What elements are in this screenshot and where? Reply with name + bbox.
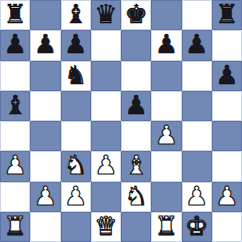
square-f7[interactable]: ♟ xyxy=(151,30,181,60)
square-h6[interactable]: ♟ xyxy=(212,61,242,91)
square-h5[interactable] xyxy=(212,91,242,121)
piece-black-pawn: ♟ xyxy=(155,30,178,59)
piece-black-pawn: ♟ xyxy=(215,61,238,90)
square-e7[interactable] xyxy=(121,30,151,60)
square-d4[interactable] xyxy=(91,121,121,151)
piece-white-knight: ♞ xyxy=(64,151,87,180)
piece-white-pawn: ♟ xyxy=(3,151,26,180)
square-b3[interactable] xyxy=(30,151,60,181)
square-f6[interactable] xyxy=(151,61,181,91)
piece-white-rook: ♜ xyxy=(3,212,26,241)
chess-board: ♜♝♛♚♜♟♟♟♟♟♞♟♝♟♟♟♞♟♝♟♟♞♟♟♜♛♜♚ xyxy=(0,0,242,242)
square-a2[interactable] xyxy=(0,182,30,212)
piece-white-queen: ♛ xyxy=(94,212,117,241)
square-a3[interactable]: ♟ xyxy=(0,151,30,181)
square-h2[interactable]: ♟ xyxy=(212,182,242,212)
square-a7[interactable]: ♟ xyxy=(0,30,30,60)
square-c4[interactable] xyxy=(61,121,91,151)
square-c1[interactable] xyxy=(61,212,91,242)
square-h3[interactable] xyxy=(212,151,242,181)
piece-black-bishop: ♝ xyxy=(3,91,26,120)
piece-white-pawn: ♟ xyxy=(215,182,238,211)
square-d6[interactable] xyxy=(91,61,121,91)
square-h8[interactable]: ♜ xyxy=(212,0,242,30)
square-c5[interactable] xyxy=(61,91,91,121)
square-d3[interactable]: ♟ xyxy=(91,151,121,181)
square-g3[interactable] xyxy=(182,151,212,181)
square-a1[interactable]: ♜ xyxy=(0,212,30,242)
square-g2[interactable]: ♟ xyxy=(182,182,212,212)
square-d8[interactable]: ♛ xyxy=(91,0,121,30)
square-a6[interactable] xyxy=(0,61,30,91)
square-b2[interactable]: ♟ xyxy=(30,182,60,212)
square-b4[interactable] xyxy=(30,121,60,151)
square-e8[interactable]: ♚ xyxy=(121,0,151,30)
square-e2[interactable]: ♞ xyxy=(121,182,151,212)
square-b8[interactable] xyxy=(30,0,60,30)
piece-white-pawn: ♟ xyxy=(64,182,87,211)
square-a8[interactable]: ♜ xyxy=(0,0,30,30)
square-g7[interactable]: ♟ xyxy=(182,30,212,60)
square-h1[interactable] xyxy=(212,212,242,242)
square-f2[interactable] xyxy=(151,182,181,212)
square-h4[interactable] xyxy=(212,121,242,151)
square-f5[interactable] xyxy=(151,91,181,121)
square-b1[interactable] xyxy=(30,212,60,242)
piece-black-pawn: ♟ xyxy=(124,91,147,120)
square-f4[interactable]: ♟ xyxy=(151,121,181,151)
chess-board-container: ♜♝♛♚♜♟♟♟♟♟♞♟♝♟♟♟♞♟♝♟♟♞♟♟♜♛♜♚ xyxy=(0,0,242,242)
square-a4[interactable] xyxy=(0,121,30,151)
piece-white-bishop: ♝ xyxy=(124,151,147,180)
square-f1[interactable]: ♜ xyxy=(151,212,181,242)
square-c2[interactable]: ♟ xyxy=(61,182,91,212)
square-e4[interactable] xyxy=(121,121,151,151)
piece-black-rook: ♜ xyxy=(3,0,26,29)
square-b5[interactable] xyxy=(30,91,60,121)
piece-black-knight: ♞ xyxy=(64,61,87,90)
square-h7[interactable] xyxy=(212,30,242,60)
square-g5[interactable] xyxy=(182,91,212,121)
square-d7[interactable] xyxy=(91,30,121,60)
square-g6[interactable] xyxy=(182,61,212,91)
piece-white-rook: ♜ xyxy=(155,212,178,241)
square-e3[interactable]: ♝ xyxy=(121,151,151,181)
square-f3[interactable] xyxy=(151,151,181,181)
square-g1[interactable]: ♚ xyxy=(182,212,212,242)
piece-white-knight: ♞ xyxy=(124,182,147,211)
piece-white-king: ♚ xyxy=(185,212,208,241)
square-d1[interactable]: ♛ xyxy=(91,212,121,242)
square-f8[interactable] xyxy=(151,0,181,30)
piece-black-pawn: ♟ xyxy=(34,30,57,59)
square-c8[interactable]: ♝ xyxy=(61,0,91,30)
square-b7[interactable]: ♟ xyxy=(30,30,60,60)
square-c6[interactable]: ♞ xyxy=(61,61,91,91)
square-c7[interactable]: ♟ xyxy=(61,30,91,60)
square-g8[interactable] xyxy=(182,0,212,30)
square-e5[interactable]: ♟ xyxy=(121,91,151,121)
square-e6[interactable] xyxy=(121,61,151,91)
square-a5[interactable]: ♝ xyxy=(0,91,30,121)
square-e1[interactable] xyxy=(121,212,151,242)
square-b6[interactable] xyxy=(30,61,60,91)
piece-black-queen: ♛ xyxy=(94,0,117,29)
piece-white-pawn: ♟ xyxy=(94,151,117,180)
piece-black-pawn: ♟ xyxy=(185,30,208,59)
piece-white-pawn: ♟ xyxy=(185,182,208,211)
piece-black-bishop: ♝ xyxy=(64,0,87,29)
piece-black-pawn: ♟ xyxy=(64,30,87,59)
piece-white-pawn: ♟ xyxy=(34,182,57,211)
square-c3[interactable]: ♞ xyxy=(61,151,91,181)
piece-white-pawn: ♟ xyxy=(155,121,178,150)
piece-black-rook: ♜ xyxy=(215,0,238,29)
square-d5[interactable] xyxy=(91,91,121,121)
square-d2[interactable] xyxy=(91,182,121,212)
piece-black-king: ♚ xyxy=(124,0,147,29)
square-g4[interactable] xyxy=(182,121,212,151)
piece-black-pawn: ♟ xyxy=(3,30,26,59)
